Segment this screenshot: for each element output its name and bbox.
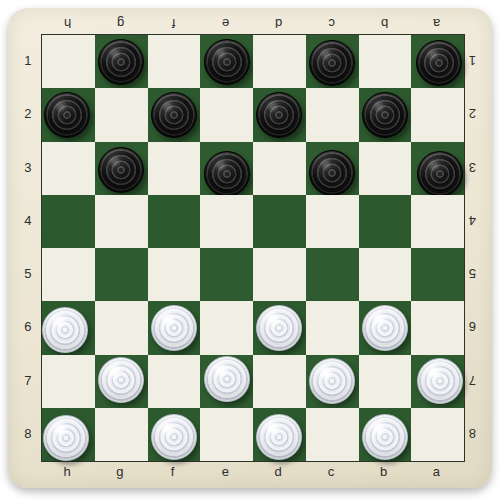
white-checker-c7[interactable] — [309, 358, 355, 404]
board-cell-c2[interactable] — [306, 88, 359, 141]
black-checker-e3[interactable] — [204, 151, 250, 197]
coordinate-label: 6 — [17, 300, 39, 353]
board-cell-d5[interactable] — [253, 248, 306, 301]
coordinate-label: c — [305, 460, 358, 482]
checkers-board — [41, 34, 465, 462]
board-cell-g7[interactable] — [95, 355, 148, 408]
board-cell-a3[interactable] — [411, 142, 464, 195]
coordinate-label: 5 — [17, 247, 39, 300]
coordinate-label: 8 — [17, 407, 39, 460]
board-cell-b2[interactable] — [359, 88, 412, 141]
board-cell-d7[interactable] — [253, 355, 306, 408]
board-cell-h8[interactable] — [42, 408, 95, 461]
board-cell-b1[interactable] — [359, 35, 412, 88]
board-cell-a2[interactable] — [411, 88, 464, 141]
board-cell-d2[interactable] — [253, 88, 306, 141]
board-cell-f3[interactable] — [148, 142, 201, 195]
board-cell-g5[interactable] — [95, 248, 148, 301]
board-cell-b3[interactable] — [359, 142, 412, 195]
white-checker-f8[interactable] — [151, 414, 197, 460]
board-cell-a1[interactable] — [411, 35, 464, 88]
board-cell-f4[interactable] — [148, 195, 201, 248]
coordinate-label: 7 — [17, 354, 39, 407]
board-cell-d3[interactable] — [253, 142, 306, 195]
board-cell-g1[interactable] — [95, 35, 148, 88]
black-checker-c3[interactable] — [309, 150, 355, 196]
white-checker-e7[interactable] — [204, 356, 250, 402]
board-cell-d4[interactable] — [253, 195, 306, 248]
black-checker-h2[interactable] — [44, 92, 90, 138]
checkers-mat: hgfedcba 12345678 12345678 hgfedcba — [8, 8, 492, 488]
coordinate-label: a — [410, 13, 463, 35]
black-checker-c1[interactable] — [309, 40, 355, 86]
black-checker-g3[interactable] — [98, 147, 144, 193]
white-checker-d8[interactable] — [256, 414, 302, 460]
board-cell-b8[interactable] — [359, 408, 412, 461]
coordinate-label: g — [94, 460, 147, 482]
black-checker-d2[interactable] — [256, 92, 302, 138]
board-cell-b4[interactable] — [359, 195, 412, 248]
board-cell-f8[interactable] — [148, 408, 201, 461]
board-cell-g6[interactable] — [95, 301, 148, 354]
coordinate-label: e — [199, 460, 252, 482]
coordinate-label: f — [147, 13, 200, 35]
coordinate-label: 3 — [17, 141, 39, 194]
black-checker-g1[interactable] — [98, 39, 144, 85]
board-cell-b5[interactable] — [359, 248, 412, 301]
board-cell-g4[interactable] — [95, 195, 148, 248]
board-cell-e5[interactable] — [200, 248, 253, 301]
coordinate-label: h — [41, 460, 94, 482]
board-cell-c3[interactable] — [306, 142, 359, 195]
coordinate-label: 1 — [17, 34, 39, 87]
rank-labels-left: 12345678 — [17, 34, 39, 460]
coordinate-label: g — [94, 13, 147, 35]
board-cell-a8[interactable] — [411, 408, 464, 461]
board-cell-h4[interactable] — [42, 195, 95, 248]
board-cell-e8[interactable] — [200, 408, 253, 461]
board-cell-d8[interactable] — [253, 408, 306, 461]
white-checker-b8[interactable] — [362, 414, 408, 460]
black-checker-a3[interactable] — [417, 151, 463, 197]
board-cell-a7[interactable] — [411, 355, 464, 408]
board-cell-c7[interactable] — [306, 355, 359, 408]
coordinate-label: h — [41, 13, 94, 35]
white-checker-f6[interactable] — [151, 305, 197, 351]
file-labels-top: hgfedcba — [41, 13, 463, 35]
board-cell-d1[interactable] — [253, 35, 306, 88]
coordinate-label: b — [358, 460, 411, 482]
board-cell-h5[interactable] — [42, 248, 95, 301]
board-cell-g2[interactable] — [95, 88, 148, 141]
white-checker-h8[interactable] — [43, 415, 89, 461]
board-cell-h2[interactable] — [42, 88, 95, 141]
board-cell-c6[interactable] — [306, 301, 359, 354]
white-checker-b6[interactable] — [362, 305, 408, 351]
white-checker-g7[interactable] — [98, 357, 144, 403]
board-cell-d6[interactable] — [253, 301, 306, 354]
black-checker-e1[interactable] — [204, 39, 250, 85]
board-cell-c8[interactable] — [306, 408, 359, 461]
black-checker-b2[interactable] — [362, 92, 408, 138]
board-cell-e7[interactable] — [200, 355, 253, 408]
board-cell-g3[interactable] — [95, 142, 148, 195]
black-checker-f2[interactable] — [151, 92, 197, 138]
board-cell-f5[interactable] — [148, 248, 201, 301]
board-cell-h3[interactable] — [42, 142, 95, 195]
board-cell-b7[interactable] — [359, 355, 412, 408]
coordinate-label: f — [147, 460, 200, 482]
coordinate-label: b — [358, 13, 411, 35]
board-cell-e2[interactable] — [200, 88, 253, 141]
file-labels-bottom: hgfedcba — [41, 460, 463, 482]
board-cell-g8[interactable] — [95, 408, 148, 461]
coordinate-label: d — [252, 13, 305, 35]
board-cell-c1[interactable] — [306, 35, 359, 88]
coordinate-label: 2 — [17, 87, 39, 140]
board-cell-e3[interactable] — [200, 142, 253, 195]
coordinate-label: d — [252, 460, 305, 482]
board-cell-a6[interactable] — [411, 301, 464, 354]
board-cell-c5[interactable] — [306, 248, 359, 301]
board-cell-e1[interactable] — [200, 35, 253, 88]
board-cell-e6[interactable] — [200, 301, 253, 354]
board-cell-h1[interactable] — [42, 35, 95, 88]
board-cell-h6[interactable] — [42, 301, 95, 354]
board-cell-f6[interactable] — [148, 301, 201, 354]
board-cell-a5[interactable] — [411, 248, 464, 301]
coordinate-label: e — [199, 13, 252, 35]
coordinate-label: c — [305, 13, 358, 35]
white-checker-a7[interactable] — [417, 358, 463, 404]
white-checker-d6[interactable] — [256, 305, 302, 351]
board-cell-b6[interactable] — [359, 301, 412, 354]
coordinate-label: a — [410, 460, 463, 482]
board-cell-c4[interactable] — [306, 195, 359, 248]
photo-background: hgfedcba 12345678 12345678 hgfedcba — [0, 0, 500, 500]
board-cell-a4[interactable] — [411, 195, 464, 248]
black-checker-a1[interactable] — [416, 40, 462, 86]
board-cell-f7[interactable] — [148, 355, 201, 408]
board-cell-h7[interactable] — [42, 355, 95, 408]
coordinate-label: 4 — [17, 194, 39, 247]
board-cell-f2[interactable] — [148, 88, 201, 141]
board-cell-e4[interactable] — [200, 195, 253, 248]
white-checker-h6[interactable] — [42, 307, 88, 353]
board-cell-f1[interactable] — [148, 35, 201, 88]
